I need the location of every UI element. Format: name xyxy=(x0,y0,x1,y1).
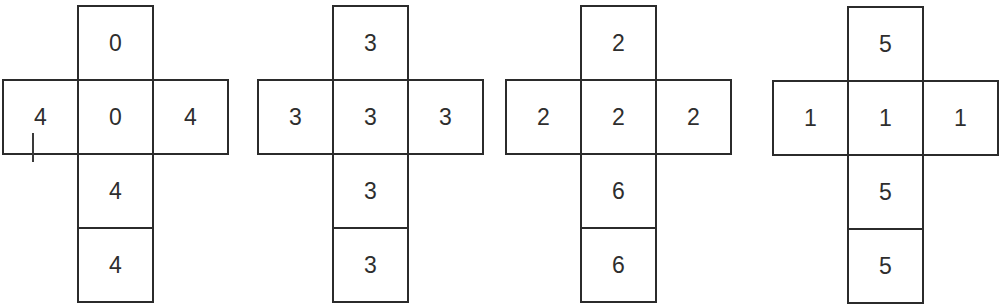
net-1-face-left: 4 xyxy=(2,79,79,155)
cube-net-2: 3 3 3 3 3 3 xyxy=(257,5,484,305)
net-2-face-center: 3 xyxy=(332,79,409,155)
net-3-face-lower: 6 xyxy=(580,153,657,229)
cube-net-3: 2 2 2 2 6 6 xyxy=(505,5,732,305)
net-2-face-top: 3 xyxy=(332,5,409,81)
net-3-face-top: 2 xyxy=(580,5,657,81)
net-2-face-right: 3 xyxy=(407,79,484,155)
net-1-face-lower: 4 xyxy=(77,153,154,229)
net-3-face-left: 2 xyxy=(505,79,582,155)
net-3-face-bottom: 6 xyxy=(580,227,657,303)
cube-net-4: 5 1 1 1 5 5 xyxy=(772,6,999,306)
net-2-face-lower: 3 xyxy=(332,153,409,229)
net-4-face-lower: 5 xyxy=(847,154,924,230)
cube-net-1: 0 4 0 4 4 4 xyxy=(2,5,229,305)
stray-caret-mark xyxy=(32,133,34,162)
net-3-face-center: 2 xyxy=(580,79,657,155)
net-2-face-bottom: 3 xyxy=(332,227,409,303)
net-4-face-bottom: 5 xyxy=(847,228,924,304)
net-4-face-left: 1 xyxy=(772,80,849,156)
net-4-face-top: 5 xyxy=(847,6,924,82)
net-4-face-center: 1 xyxy=(847,80,924,156)
net-1-face-center: 0 xyxy=(77,79,154,155)
net-2-face-left: 3 xyxy=(257,79,334,155)
net-4-face-right: 1 xyxy=(922,80,999,156)
net-3-face-right: 2 xyxy=(655,79,732,155)
net-1-face-bottom: 4 xyxy=(77,227,154,303)
cube-nets-diagram: 0 4 0 4 4 4 3 3 3 3 3 3 2 2 2 2 6 6 5 1 … xyxy=(0,0,1000,308)
net-1-face-top: 0 xyxy=(77,5,154,81)
net-1-face-right: 4 xyxy=(152,79,229,155)
